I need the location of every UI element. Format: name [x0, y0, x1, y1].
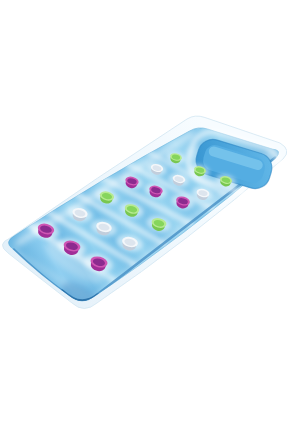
pool-lounger-illustration — [0, 0, 287, 431]
product-photo — [0, 0, 287, 431]
